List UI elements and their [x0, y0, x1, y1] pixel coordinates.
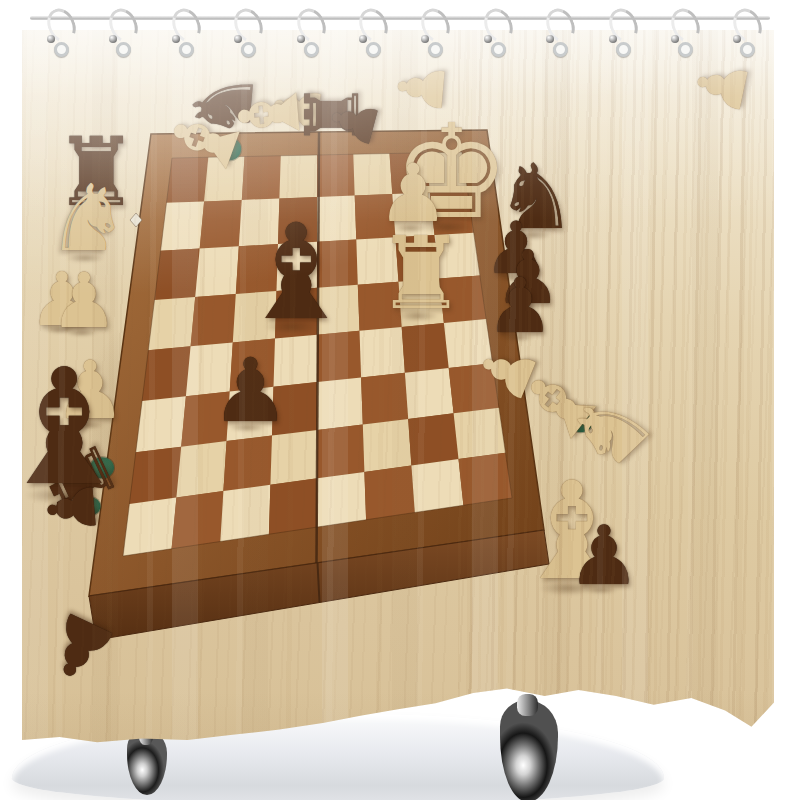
- square-a4: [317, 472, 366, 527]
- square-c7: [181, 392, 230, 447]
- square-c5: [272, 382, 317, 436]
- square-c2: [405, 368, 454, 419]
- square-g3: [355, 194, 396, 240]
- square-a6: [220, 485, 270, 542]
- square-d1: [444, 319, 493, 368]
- shower-curtain: ♟♟♞♟♝♜♟♝♜♚♟♞♞♟♟♜♝♟♟♟♟♝♟♟♞♜♝♟♝♟♟: [22, 30, 774, 765]
- square-f2: [395, 235, 439, 282]
- curtain-ring-icon: [419, 8, 451, 58]
- curtain-ring-icon: [107, 8, 139, 58]
- square-g5: [278, 197, 317, 244]
- curtain-print-wood-table: ♟♟♞♟♝♜♟♝♜♚♟♞♞♟♟♜♝♟♟♟♟♝♟♟♞♜♝♟♝♟♟: [22, 30, 774, 765]
- square-d3: [360, 327, 405, 378]
- curtain-ring-icon: [357, 8, 389, 58]
- square-c6: [227, 387, 274, 441]
- square-c3: [361, 373, 408, 425]
- square-d6: [230, 339, 275, 392]
- square-h5: [279, 155, 317, 198]
- curtain-ring-icon: [544, 8, 576, 58]
- square-g7: [200, 200, 242, 249]
- square-d8: [142, 346, 191, 401]
- square-b1: [454, 408, 506, 459]
- square-b4: [317, 425, 364, 479]
- square-e5: [275, 288, 317, 339]
- curtain-ring-icon: [232, 8, 264, 58]
- square-a8: [123, 498, 176, 557]
- square-g1: [430, 191, 474, 235]
- square-e2: [399, 279, 444, 327]
- square-c8: [136, 396, 186, 452]
- square-g2: [392, 193, 434, 238]
- curtain-ring-icon: [607, 8, 639, 58]
- curtain-ring-icon: [170, 8, 202, 58]
- square-b6: [223, 436, 272, 492]
- square-d7: [186, 342, 233, 396]
- square-f7: [195, 246, 239, 297]
- square-h8: [167, 157, 209, 203]
- square-b8: [129, 447, 181, 504]
- square-h6: [242, 156, 281, 200]
- square-h4: [317, 154, 355, 197]
- square-a3: [364, 466, 414, 520]
- square-f5: [277, 242, 318, 291]
- square-h1: [426, 152, 468, 193]
- curtain-ring-icon: [669, 8, 701, 58]
- square-f4: [317, 240, 358, 288]
- square-e7: [191, 294, 236, 346]
- square-b7: [176, 441, 226, 497]
- square-h3: [353, 154, 392, 196]
- square-f8: [155, 249, 200, 301]
- chess-board: [22, 30, 774, 765]
- square-g4: [317, 195, 356, 241]
- shower-curtain-chess-mockup: ♟♟♞♟♝♜♟♝♜♚♟♞♞♟♟♜♝♟♟♟♟♝♟♟♞♜♝♟♝♟♟: [0, 0, 800, 800]
- square-a2: [411, 459, 463, 512]
- square-e1: [439, 276, 486, 324]
- square-g8: [161, 201, 205, 250]
- square-b5: [270, 430, 317, 485]
- square-e8: [148, 297, 195, 350]
- square-g6: [239, 198, 280, 246]
- curtain-ring-icon: [731, 8, 763, 58]
- curtain-hooks-row: [0, 0, 800, 60]
- square-a1: [459, 453, 513, 506]
- square-d5: [274, 335, 318, 387]
- square-h2: [390, 153, 431, 194]
- curtain-ring-icon: [295, 8, 327, 58]
- square-b2: [408, 413, 458, 465]
- square-d2: [402, 323, 449, 373]
- square-d4: [317, 331, 361, 382]
- square-f3: [356, 237, 398, 285]
- square-a5: [269, 478, 318, 534]
- square-f1: [435, 233, 480, 279]
- curtain-ring-icon: [45, 8, 77, 58]
- square-a7: [172, 491, 224, 549]
- square-b3: [363, 419, 412, 472]
- square-f6: [236, 244, 278, 294]
- square-c4: [317, 377, 363, 430]
- square-c1: [449, 363, 499, 413]
- square-h7: [204, 157, 244, 202]
- square-e6: [233, 291, 277, 343]
- square-e3: [358, 282, 402, 331]
- curtain-ring-icon: [482, 8, 514, 58]
- square-e4: [317, 285, 359, 335]
